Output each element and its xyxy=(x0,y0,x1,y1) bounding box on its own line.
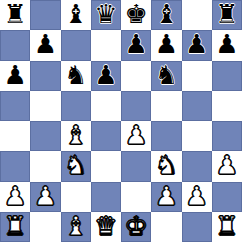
square-e7[interactable]: ♟ xyxy=(121,30,151,60)
square-h3[interactable]: ♟ xyxy=(212,151,242,181)
square-g5[interactable] xyxy=(182,91,212,121)
square-g3[interactable] xyxy=(182,151,212,181)
square-a7[interactable] xyxy=(0,30,30,60)
piece-black-pawn[interactable]: ♟ xyxy=(155,31,178,57)
piece-black-knight[interactable]: ♞ xyxy=(155,62,178,88)
square-e2[interactable] xyxy=(121,182,151,212)
square-d6[interactable]: ♟ xyxy=(91,61,121,91)
piece-white-knight[interactable]: ♞ xyxy=(155,152,178,178)
piece-white-pawn[interactable]: ♟ xyxy=(34,183,57,209)
chess-board: ♜♝♛♚♝♜♟♟♟♟♟♟♞♟♞♝♟♞♞♟♟♟♟♟♜♝♛♚♜ xyxy=(0,0,242,242)
square-f2[interactable]: ♟ xyxy=(151,182,181,212)
square-f7[interactable]: ♟ xyxy=(151,30,181,60)
square-g8[interactable] xyxy=(182,0,212,30)
piece-black-pawn[interactable]: ♟ xyxy=(3,62,26,88)
piece-black-queen[interactable]: ♛ xyxy=(94,1,117,27)
square-h2[interactable] xyxy=(212,182,242,212)
piece-white-pawn[interactable]: ♟ xyxy=(3,183,26,209)
piece-white-pawn[interactable]: ♟ xyxy=(185,183,208,209)
square-d1[interactable]: ♛ xyxy=(91,212,121,242)
square-a6[interactable]: ♟ xyxy=(0,61,30,91)
piece-black-knight[interactable]: ♞ xyxy=(64,62,87,88)
square-f8[interactable]: ♝ xyxy=(151,0,181,30)
square-c2[interactable] xyxy=(61,182,91,212)
piece-black-pawn[interactable]: ♟ xyxy=(94,62,117,88)
square-d4[interactable] xyxy=(91,121,121,151)
square-b1[interactable] xyxy=(30,212,60,242)
square-g2[interactable]: ♟ xyxy=(182,182,212,212)
square-a4[interactable] xyxy=(0,121,30,151)
piece-white-pawn[interactable]: ♟ xyxy=(155,183,178,209)
piece-white-king[interactable]: ♚ xyxy=(124,213,147,239)
square-b3[interactable] xyxy=(30,151,60,181)
piece-black-rook[interactable]: ♜ xyxy=(3,1,26,27)
square-c1[interactable]: ♝ xyxy=(61,212,91,242)
square-b8[interactable] xyxy=(30,0,60,30)
piece-white-rook[interactable]: ♜ xyxy=(215,213,238,239)
square-d3[interactable] xyxy=(91,151,121,181)
square-c3[interactable]: ♞ xyxy=(61,151,91,181)
square-g1[interactable] xyxy=(182,212,212,242)
piece-black-rook[interactable]: ♜ xyxy=(215,1,238,27)
square-g7[interactable]: ♟ xyxy=(182,30,212,60)
square-h4[interactable] xyxy=(212,121,242,151)
square-h5[interactable] xyxy=(212,91,242,121)
piece-white-pawn[interactable]: ♟ xyxy=(124,122,147,148)
square-c7[interactable] xyxy=(61,30,91,60)
square-h8[interactable]: ♜ xyxy=(212,0,242,30)
piece-black-bishop[interactable]: ♝ xyxy=(155,1,178,27)
piece-black-pawn[interactable]: ♟ xyxy=(185,31,208,57)
piece-black-pawn[interactable]: ♟ xyxy=(215,31,238,57)
square-a1[interactable]: ♜ xyxy=(0,212,30,242)
square-e3[interactable] xyxy=(121,151,151,181)
piece-white-pawn[interactable]: ♟ xyxy=(215,152,238,178)
square-f4[interactable] xyxy=(151,121,181,151)
square-g4[interactable] xyxy=(182,121,212,151)
square-f5[interactable] xyxy=(151,91,181,121)
square-c5[interactable] xyxy=(61,91,91,121)
square-e5[interactable] xyxy=(121,91,151,121)
square-f6[interactable]: ♞ xyxy=(151,61,181,91)
square-d8[interactable]: ♛ xyxy=(91,0,121,30)
square-e4[interactable]: ♟ xyxy=(121,121,151,151)
piece-black-bishop[interactable]: ♝ xyxy=(64,1,87,27)
square-g6[interactable] xyxy=(182,61,212,91)
square-h6[interactable] xyxy=(212,61,242,91)
square-c4[interactable]: ♝ xyxy=(61,121,91,151)
square-b4[interactable] xyxy=(30,121,60,151)
square-h1[interactable]: ♜ xyxy=(212,212,242,242)
square-f1[interactable] xyxy=(151,212,181,242)
piece-white-knight[interactable]: ♞ xyxy=(64,152,87,178)
square-b6[interactable] xyxy=(30,61,60,91)
square-e1[interactable]: ♚ xyxy=(121,212,151,242)
square-d5[interactable] xyxy=(91,91,121,121)
square-a5[interactable] xyxy=(0,91,30,121)
square-d7[interactable] xyxy=(91,30,121,60)
square-e8[interactable]: ♚ xyxy=(121,0,151,30)
square-a8[interactable]: ♜ xyxy=(0,0,30,30)
piece-white-queen[interactable]: ♛ xyxy=(94,213,117,239)
square-b2[interactable]: ♟ xyxy=(30,182,60,212)
piece-white-rook[interactable]: ♜ xyxy=(3,213,26,239)
square-c6[interactable]: ♞ xyxy=(61,61,91,91)
square-f3[interactable]: ♞ xyxy=(151,151,181,181)
piece-white-bishop[interactable]: ♝ xyxy=(64,213,87,239)
square-e6[interactable] xyxy=(121,61,151,91)
piece-black-king[interactable]: ♚ xyxy=(124,1,147,27)
piece-black-pawn[interactable]: ♟ xyxy=(34,31,57,57)
square-c8[interactable]: ♝ xyxy=(61,0,91,30)
piece-white-bishop[interactable]: ♝ xyxy=(64,122,87,148)
square-b7[interactable]: ♟ xyxy=(30,30,60,60)
square-b5[interactable] xyxy=(30,91,60,121)
square-a2[interactable]: ♟ xyxy=(0,182,30,212)
square-d2[interactable] xyxy=(91,182,121,212)
square-a3[interactable] xyxy=(0,151,30,181)
piece-black-pawn[interactable]: ♟ xyxy=(124,31,147,57)
square-h7[interactable]: ♟ xyxy=(212,30,242,60)
